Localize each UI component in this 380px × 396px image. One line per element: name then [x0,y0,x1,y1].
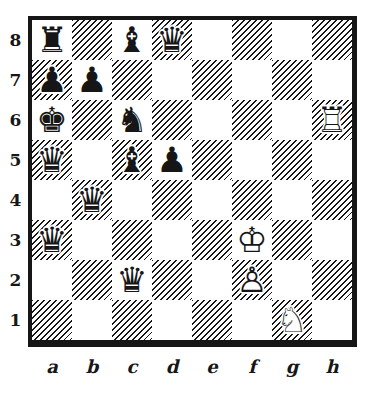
square-h8 [312,20,352,60]
file-label-c: c [112,351,152,381]
rank-labels: 87654321 [5,20,26,340]
file-label-g: g [272,351,312,381]
square-g1: ♞♘ [272,300,312,340]
square-c1 [112,300,152,340]
square-h3 [312,220,352,260]
file-labels: abcdefgh [32,351,352,381]
square-c5: ♝ [112,140,152,180]
file-label-a: a [32,351,72,381]
square-g8 [272,20,312,60]
square-f6 [232,100,272,140]
square-a2 [32,260,72,300]
square-b3 [72,220,112,260]
square-e3 [192,220,232,260]
square-c3 [112,220,152,260]
rank-label-7: 7 [5,60,26,100]
square-a5: ♛ [32,140,72,180]
file-label-d: d [152,351,192,381]
white-knight-piece: ♞♘ [272,300,312,340]
square-f7 [232,60,272,100]
square-e6 [192,100,232,140]
rank-label-2: 2 [5,260,26,300]
square-a7: ♟ [32,60,72,100]
black-rook-piece: ♜ [32,20,72,60]
rank-label-8: 8 [5,20,26,60]
square-f5 [232,140,272,180]
file-label-b: b [72,351,112,381]
square-f4 [232,180,272,220]
square-g3 [272,220,312,260]
square-b7: ♟ [72,60,112,100]
square-f3: ♚♔ [232,220,272,260]
square-g6 [272,100,312,140]
square-b6 [72,100,112,140]
square-c7 [112,60,152,100]
black-queen-piece: ♛ [32,220,72,260]
square-b4: ♛ [72,180,112,220]
black-knight-piece: ♞ [112,100,152,140]
square-f1 [232,300,272,340]
white-pawn-piece: ♟♙ [232,260,272,300]
rank-label-1: 1 [5,300,26,340]
square-d5: ♟ [152,140,192,180]
square-f8 [232,20,272,60]
square-g4 [272,180,312,220]
square-b8 [72,20,112,60]
black-pawn-piece: ♟ [152,140,192,180]
square-e8 [192,20,232,60]
rank-label-6: 6 [5,100,26,140]
square-a8: ♜ [32,20,72,60]
square-g7 [272,60,312,100]
square-b2 [72,260,112,300]
square-d8: ♛ [152,20,192,60]
black-pawn-piece: ♟ [32,60,72,100]
square-e1 [192,300,232,340]
black-queen-piece: ♛ [32,140,72,180]
square-b1 [72,300,112,340]
square-d1 [152,300,192,340]
square-b5 [72,140,112,180]
square-h4 [312,180,352,220]
square-d4 [152,180,192,220]
square-e2 [192,260,232,300]
black-bishop-piece: ♝ [112,20,152,60]
square-e7 [192,60,232,100]
square-e5 [192,140,232,180]
square-c4 [112,180,152,220]
square-c2: ♛ [112,260,152,300]
square-e4 [192,180,232,220]
rank-label-3: 3 [5,220,26,260]
black-queen-piece: ♛ [152,20,192,60]
square-a4 [32,180,72,220]
square-h7 [312,60,352,100]
square-f2: ♟♙ [232,260,272,300]
black-pawn-piece: ♟ [72,60,112,100]
file-label-h: h [312,351,352,381]
square-h6: ♜♖ [312,100,352,140]
square-g2 [272,260,312,300]
square-d7 [152,60,192,100]
chess-board: ♜♝♛♟♟♚♞♜♖♛♝♟♛♛♚♔♛♟♙♞♘ [28,16,357,347]
file-label-e: e [192,351,232,381]
square-a3: ♛ [32,220,72,260]
rank-label-4: 4 [5,180,26,220]
white-rook-piece: ♜♖ [312,100,352,140]
black-queen-piece: ♛ [112,260,152,300]
black-king-piece: ♚ [32,100,72,140]
black-queen-piece: ♛ [72,180,112,220]
square-h2 [312,260,352,300]
square-a1 [32,300,72,340]
square-d6 [152,100,192,140]
chess-diagram: 87654321 ♜♝♛♟♟♚♞♜♖♛♝♟♛♛♚♔♛♟♙♞♘ abcdefgh [0,0,380,396]
square-d2 [152,260,192,300]
square-h1 [312,300,352,340]
square-c6: ♞ [112,100,152,140]
white-king-piece: ♚♔ [232,220,272,260]
square-a6: ♚ [32,100,72,140]
black-bishop-piece: ♝ [112,140,152,180]
square-d3 [152,220,192,260]
rank-label-5: 5 [5,140,26,180]
square-h5 [312,140,352,180]
square-c8: ♝ [112,20,152,60]
file-label-f: f [232,351,272,381]
square-g5 [272,140,312,180]
